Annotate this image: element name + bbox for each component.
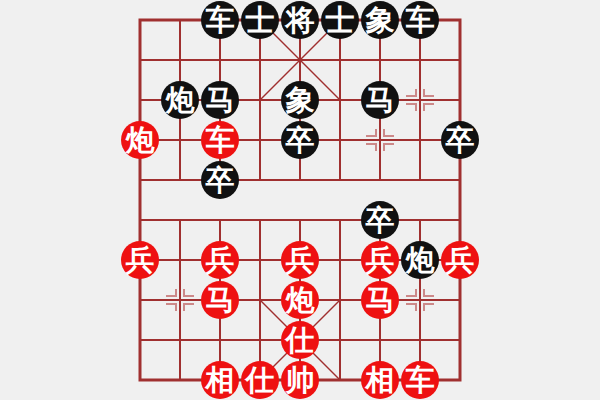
last-move-marker [400, 280, 440, 320]
piece-black-horse[interactable]: 马 [201, 81, 239, 119]
piece-black-elephant[interactable]: 象 [281, 81, 319, 119]
piece-black-cannon[interactable]: 炮 [401, 241, 439, 279]
piece-black-general[interactable]: 将 [281, 1, 319, 39]
piece-red-advisor[interactable]: 仕 [241, 361, 279, 399]
piece-red-soldier[interactable]: 兵 [281, 241, 319, 279]
xiangqi-app: 车士将士象车炮马象马炮车卒卒卒卒兵兵兵兵炮兵马炮马仕相仕帅相车 [0, 0, 600, 400]
piece-red-general[interactable]: 帅 [281, 361, 319, 399]
xiangqi-board[interactable]: 车士将士象车炮马象马炮车卒卒卒卒兵兵兵兵炮兵马炮马仕相仕帅相车 [120, 0, 480, 400]
last-move-marker [400, 80, 440, 120]
piece-black-soldier[interactable]: 卒 [361, 201, 399, 239]
piece-red-advisor[interactable]: 仕 [281, 321, 319, 359]
piece-red-elephant[interactable]: 相 [361, 361, 399, 399]
marker-corner-br [423, 303, 434, 311]
piece-red-soldier[interactable]: 兵 [201, 241, 239, 279]
last-move-marker [160, 280, 200, 320]
marker-corner-br [383, 143, 394, 151]
marker-corner-tl [406, 289, 417, 297]
piece-black-soldier[interactable]: 卒 [281, 121, 319, 159]
piece-red-cannon[interactable]: 炮 [121, 121, 159, 159]
piece-black-chariot[interactable]: 车 [401, 1, 439, 39]
piece-red-soldier[interactable]: 兵 [121, 241, 159, 279]
marker-corner-bl [406, 103, 417, 111]
marker-corner-tl [406, 89, 417, 97]
piece-red-horse[interactable]: 马 [201, 281, 239, 319]
marker-corner-bl [366, 143, 377, 151]
marker-corner-bl [406, 303, 417, 311]
piece-red-chariot[interactable]: 车 [401, 361, 439, 399]
piece-red-horse[interactable]: 马 [361, 281, 399, 319]
piece-black-soldier[interactable]: 卒 [201, 161, 239, 199]
marker-corner-tr [423, 89, 434, 97]
marker-corner-tl [166, 289, 177, 297]
piece-red-cannon[interactable]: 炮 [281, 281, 319, 319]
marker-corner-bl [166, 303, 177, 311]
piece-red-soldier[interactable]: 兵 [361, 241, 399, 279]
marker-corner-br [183, 303, 194, 311]
piece-red-soldier[interactable]: 兵 [441, 241, 479, 279]
piece-black-advisor[interactable]: 士 [241, 1, 279, 39]
marker-corner-tr [423, 289, 434, 297]
marker-corner-tr [383, 129, 394, 137]
marker-corner-tr [183, 289, 194, 297]
piece-black-horse[interactable]: 马 [361, 81, 399, 119]
marker-corner-br [423, 103, 434, 111]
piece-black-elephant[interactable]: 象 [361, 1, 399, 39]
piece-black-advisor[interactable]: 士 [321, 1, 359, 39]
piece-black-cannon[interactable]: 炮 [161, 81, 199, 119]
piece-black-soldier[interactable]: 卒 [441, 121, 479, 159]
last-move-marker [360, 120, 400, 160]
piece-black-chariot[interactable]: 车 [201, 1, 239, 39]
marker-corner-tl [366, 129, 377, 137]
piece-red-chariot[interactable]: 车 [201, 121, 239, 159]
piece-red-elephant[interactable]: 相 [201, 361, 239, 399]
